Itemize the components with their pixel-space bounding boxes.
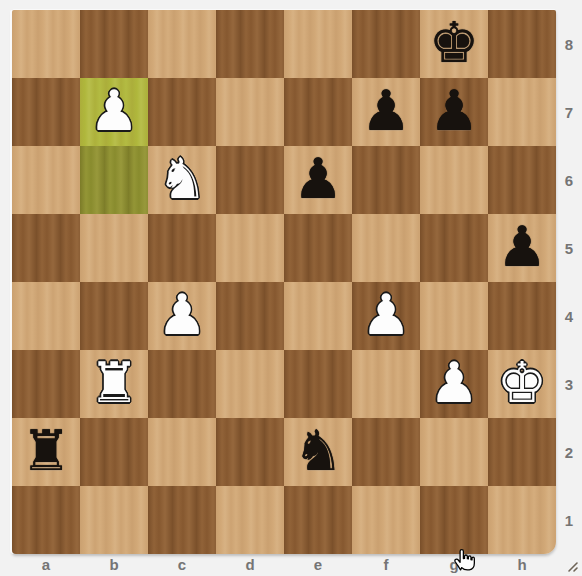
square-c5[interactable] [148, 214, 216, 282]
square-e7[interactable] [284, 78, 352, 146]
square-b4[interactable] [80, 282, 148, 350]
rank-label-2: 2 [558, 418, 580, 486]
file-label-b: b [80, 553, 148, 575]
white-king[interactable]: ♚ [488, 350, 556, 418]
rank-label-7: 7 [558, 78, 580, 146]
square-c7[interactable] [148, 78, 216, 146]
black-pawn[interactable]: ♟ [420, 78, 488, 146]
rank-label-3: 3 [558, 350, 580, 418]
square-a8[interactable] [12, 10, 80, 78]
file-label-a: a [12, 553, 80, 575]
square-c4[interactable]: ♟ [148, 282, 216, 350]
rank-label-1: 1 [558, 486, 580, 554]
square-b5[interactable] [80, 214, 148, 282]
square-d7[interactable] [216, 78, 284, 146]
square-a6[interactable] [12, 146, 80, 214]
square-h1[interactable] [488, 486, 556, 554]
square-d4[interactable] [216, 282, 284, 350]
square-g8[interactable]: ♚ [420, 10, 488, 78]
square-f6[interactable] [352, 146, 420, 214]
square-d1[interactable] [216, 486, 284, 554]
file-label-f: f [352, 553, 420, 575]
square-c8[interactable] [148, 10, 216, 78]
square-b1[interactable] [80, 486, 148, 554]
square-h2[interactable] [488, 418, 556, 486]
rank-label-5: 5 [558, 214, 580, 282]
square-d3[interactable] [216, 350, 284, 418]
square-f2[interactable] [352, 418, 420, 486]
square-h8[interactable] [488, 10, 556, 78]
square-g5[interactable] [420, 214, 488, 282]
square-a1[interactable] [12, 486, 80, 554]
square-b6[interactable] [80, 146, 148, 214]
square-b2[interactable] [80, 418, 148, 486]
white-pawn[interactable]: ♟ [148, 282, 216, 350]
file-label-d: d [216, 553, 284, 575]
square-a2[interactable]: ♜ [12, 418, 80, 486]
rank-label-4: 4 [558, 282, 580, 350]
square-c2[interactable] [148, 418, 216, 486]
file-label-g: g [420, 553, 488, 575]
rank-labels: 87654321 [558, 10, 580, 554]
square-a4[interactable] [12, 282, 80, 350]
chess-board: ♚♟♟♟♞♟♟♟♟♜♟♚♜♞ [12, 10, 556, 554]
square-f8[interactable] [352, 10, 420, 78]
square-a5[interactable] [12, 214, 80, 282]
square-h3[interactable]: ♚ [488, 350, 556, 418]
square-b7[interactable]: ♟ [80, 78, 148, 146]
square-h4[interactable] [488, 282, 556, 350]
file-labels: abcdefgh [12, 553, 556, 575]
square-e2[interactable]: ♞ [284, 418, 352, 486]
square-a3[interactable] [12, 350, 80, 418]
square-d5[interactable] [216, 214, 284, 282]
square-e6[interactable]: ♟ [284, 146, 352, 214]
square-g4[interactable] [420, 282, 488, 350]
square-g2[interactable] [420, 418, 488, 486]
square-f4[interactable]: ♟ [352, 282, 420, 350]
black-pawn[interactable]: ♟ [284, 146, 352, 214]
rank-label-6: 6 [558, 146, 580, 214]
square-g3[interactable]: ♟ [420, 350, 488, 418]
black-knight[interactable]: ♞ [284, 418, 352, 486]
square-a7[interactable] [12, 78, 80, 146]
square-d6[interactable] [216, 146, 284, 214]
white-pawn[interactable]: ♟ [80, 78, 148, 146]
square-b3[interactable]: ♜ [80, 350, 148, 418]
white-pawn[interactable]: ♟ [420, 350, 488, 418]
square-f5[interactable] [352, 214, 420, 282]
square-c6[interactable]: ♞ [148, 146, 216, 214]
square-d2[interactable] [216, 418, 284, 486]
square-g7[interactable]: ♟ [420, 78, 488, 146]
square-d8[interactable] [216, 10, 284, 78]
white-pawn[interactable]: ♟ [352, 282, 420, 350]
square-f3[interactable] [352, 350, 420, 418]
white-rook[interactable]: ♜ [80, 350, 148, 418]
square-g1[interactable] [420, 486, 488, 554]
black-rook[interactable]: ♜ [12, 418, 80, 486]
black-king[interactable]: ♚ [420, 10, 488, 78]
square-c3[interactable] [148, 350, 216, 418]
square-e5[interactable] [284, 214, 352, 282]
square-b8[interactable] [80, 10, 148, 78]
square-e4[interactable] [284, 282, 352, 350]
square-h6[interactable] [488, 146, 556, 214]
square-f1[interactable] [352, 486, 420, 554]
white-knight[interactable]: ♞ [148, 146, 216, 214]
rank-label-8: 8 [558, 10, 580, 78]
square-g6[interactable] [420, 146, 488, 214]
file-label-c: c [148, 553, 216, 575]
square-e3[interactable] [284, 350, 352, 418]
square-c1[interactable] [148, 486, 216, 554]
black-pawn[interactable]: ♟ [352, 78, 420, 146]
chess-app: ♚♟♟♟♞♟♟♟♟♜♟♚♜♞ 87654321 abcdefgh [0, 0, 582, 576]
square-f7[interactable]: ♟ [352, 78, 420, 146]
file-label-e: e [284, 553, 352, 575]
black-pawn[interactable]: ♟ [488, 214, 556, 282]
square-e8[interactable] [284, 10, 352, 78]
square-e1[interactable] [284, 486, 352, 554]
file-label-h: h [488, 553, 556, 575]
square-h7[interactable] [488, 78, 556, 146]
resize-handle-icon[interactable] [561, 555, 579, 573]
square-h5[interactable]: ♟ [488, 214, 556, 282]
